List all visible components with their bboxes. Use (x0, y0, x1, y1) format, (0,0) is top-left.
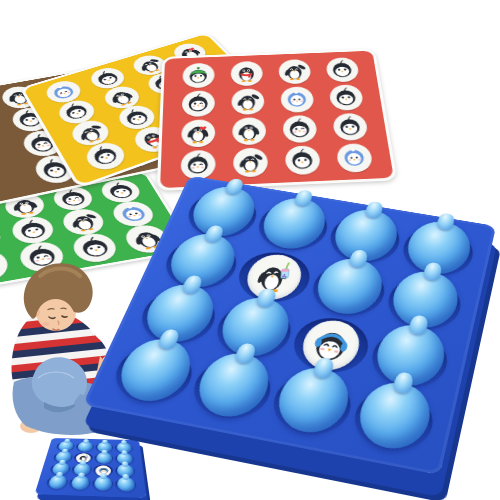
board-cell-covered-dome (74, 442, 95, 453)
penguin-face-icon (334, 115, 366, 139)
dome-knob (77, 472, 84, 478)
dome-cover (117, 477, 135, 492)
penguin-hood-icon (282, 88, 312, 111)
card-red (157, 49, 398, 191)
penguin-wink-icon (184, 92, 212, 115)
penguin-face-icon (286, 147, 318, 173)
card-penguin-cell (277, 59, 311, 84)
dome-knob (121, 450, 127, 455)
card-penguin-cell (325, 57, 360, 82)
dome-knob (61, 448, 68, 453)
card-penguin-cell (230, 61, 263, 87)
dome-knob (101, 449, 107, 454)
card-penguin-cell (231, 88, 265, 115)
mini-board-surface (35, 438, 147, 498)
dome-knob (121, 461, 127, 466)
dome-knob (293, 189, 314, 207)
mini-game-board (35, 438, 147, 498)
dome-cover (255, 194, 332, 253)
dome-knob (55, 472, 63, 478)
card-penguin-cell (279, 86, 314, 113)
board-cell-covered-dome (44, 475, 70, 490)
penguin-hood-icon (112, 201, 155, 227)
card-penguin-cell (97, 178, 144, 205)
penguin-wave-icon (233, 90, 262, 113)
penguin-hat-icon (184, 64, 212, 86)
dome-cover (77, 441, 93, 452)
penguin-face-icon (100, 180, 141, 203)
penguin-wink-icon (183, 152, 213, 178)
board-cell-covered-dome (67, 476, 92, 491)
board-cell-covered-dome (114, 477, 138, 492)
card-penguin-cell (181, 90, 214, 117)
dome-knob (364, 201, 385, 219)
dome-knob (83, 439, 89, 443)
dome-knob (102, 439, 108, 443)
board-cell-covered-dome (91, 477, 115, 492)
card-penguin-cell (335, 143, 373, 173)
card-penguin-cell (9, 214, 57, 246)
card-penguin-cell (108, 199, 158, 229)
dome-cover (96, 452, 112, 464)
penguin-face-icon (327, 59, 357, 81)
penguin-heart-icon (183, 121, 212, 146)
penguin-face-icon (330, 86, 361, 109)
card-penguin-cell (328, 84, 364, 111)
dome-cover (184, 183, 262, 241)
dome-knob (436, 212, 456, 231)
card-penguin-cell (282, 115, 318, 143)
dome-knob (100, 473, 107, 479)
dome-knob (58, 459, 65, 464)
penguin-scarf-icon (232, 63, 260, 85)
card-penguin-cell (331, 113, 368, 141)
dome-knob (121, 440, 127, 444)
product-photo (0, 0, 500, 500)
card-penguin-cell (182, 63, 214, 89)
board-cell-covered-dome (93, 453, 114, 465)
penguin-hood-icon (338, 145, 371, 171)
penguin-body-icon (234, 119, 264, 144)
penguin-wink-icon (284, 117, 315, 141)
card-penguin-cell (232, 117, 267, 146)
card-penguin-cell (232, 147, 268, 177)
penguin-wave-icon (63, 209, 105, 235)
dome-knob (64, 438, 70, 442)
board-cell-covered-dome[interactable] (343, 381, 442, 460)
penguin-face-icon (84, 141, 126, 171)
dome-cover (93, 476, 111, 491)
dome-knob (79, 460, 86, 465)
penguin-face-icon (12, 216, 53, 243)
card-penguin-cell (59, 207, 108, 238)
card-penguin-cell (181, 119, 215, 148)
penguin-wave-icon (280, 61, 309, 83)
card-penguin-cell (180, 150, 215, 180)
card-penguin-cell (284, 145, 321, 175)
penguin-wave-icon (235, 149, 266, 175)
dome-knob (122, 474, 129, 480)
